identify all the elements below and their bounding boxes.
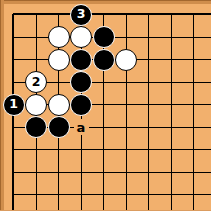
- black-stone: [25, 116, 47, 138]
- board-edge-bottom: [0, 210, 211, 212]
- black-stone: [70, 71, 92, 93]
- black-stone: [48, 116, 70, 138]
- point-label-a: a: [74, 119, 89, 135]
- black-stone: [70, 49, 92, 71]
- white-stone: [48, 26, 70, 48]
- grid-line-vertical: [126, 14, 127, 211]
- white-stone: [48, 49, 70, 71]
- black-stone-1: 1: [3, 94, 25, 116]
- black-stone: [93, 26, 115, 48]
- grid-line-horizontal: [13, 149, 211, 150]
- grid-line-horizontal: [13, 172, 211, 173]
- grid-line-vertical: [148, 14, 149, 211]
- grid-line-horizontal: [13, 194, 211, 195]
- white-stone: [25, 94, 47, 116]
- go-board: 321 a: [0, 0, 211, 211]
- black-stone: [93, 49, 115, 71]
- black-stone-3: 3: [70, 4, 92, 26]
- grid-line-horizontal: [13, 13, 211, 15]
- black-stone: [70, 94, 92, 116]
- board-edge-top: [0, 0, 211, 4]
- grid-line-vertical: [193, 14, 194, 211]
- white-stone-2: 2: [25, 71, 47, 93]
- white-stone: [48, 94, 70, 116]
- white-stone: [115, 49, 137, 71]
- white-stone: [70, 26, 92, 48]
- grid-line-vertical: [171, 14, 172, 211]
